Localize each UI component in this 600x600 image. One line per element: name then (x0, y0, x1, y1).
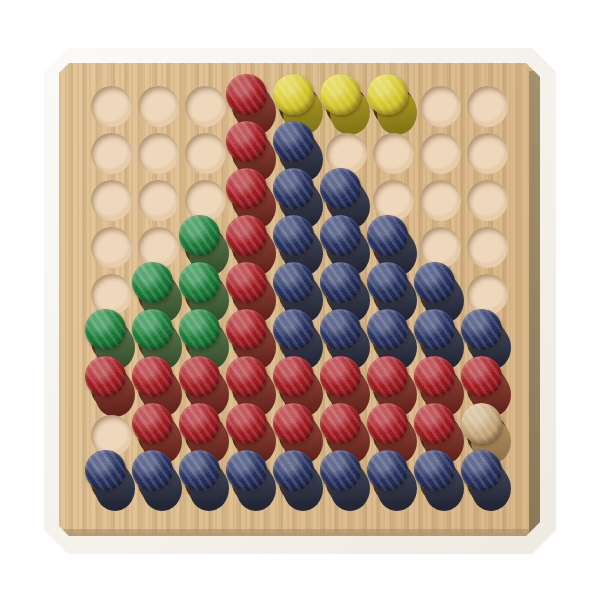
green-peg[interactable] (132, 262, 173, 303)
blue-peg[interactable] (367, 262, 408, 303)
red-peg[interactable] (320, 356, 361, 397)
blue-peg[interactable] (320, 450, 361, 491)
blue-peg[interactable] (320, 309, 361, 350)
blue-peg[interactable] (226, 450, 267, 491)
blue-peg[interactable] (414, 450, 455, 491)
blue-peg[interactable] (414, 309, 455, 350)
hole-r2c1[interactable] (88, 130, 135, 177)
blue-peg[interactable] (367, 309, 408, 350)
blue-peg[interactable] (367, 450, 408, 491)
empty-hole[interactable] (373, 133, 414, 174)
red-peg[interactable] (367, 356, 408, 397)
hole-r3c8[interactable] (417, 177, 464, 224)
hole-r2c8[interactable] (417, 130, 464, 177)
board-side-edge-right (529, 71, 540, 536)
empty-hole[interactable] (467, 133, 508, 174)
hole-r1c3[interactable] (182, 83, 229, 130)
hole-r7c1[interactable] (88, 365, 135, 412)
blue-peg[interactable] (85, 450, 126, 491)
hole-r1c7[interactable] (370, 83, 417, 130)
empty-hole[interactable] (467, 274, 508, 315)
blue-peg[interactable] (179, 450, 220, 491)
hole-r9c1[interactable] (88, 459, 135, 506)
red-peg[interactable] (226, 403, 267, 444)
blue-peg[interactable] (320, 215, 361, 256)
empty-hole[interactable] (91, 133, 132, 174)
red-peg[interactable] (85, 356, 126, 397)
empty-hole[interactable] (420, 180, 461, 221)
empty-hole[interactable] (326, 133, 367, 174)
red-peg[interactable] (273, 403, 314, 444)
blue-peg[interactable] (132, 450, 173, 491)
hole-r2c7[interactable] (370, 130, 417, 177)
red-peg[interactable] (132, 356, 173, 397)
hole-r9c9[interactable] (464, 459, 511, 506)
blue-peg[interactable] (320, 168, 361, 209)
hole-r4c9[interactable] (464, 224, 511, 271)
hole-r3c9[interactable] (464, 177, 511, 224)
hole-r9c7[interactable] (370, 459, 417, 506)
empty-hole[interactable] (185, 180, 226, 221)
red-peg[interactable] (461, 356, 502, 397)
red-peg[interactable] (414, 403, 455, 444)
empty-hole[interactable] (91, 227, 132, 268)
empty-hole[interactable] (138, 86, 179, 127)
blue-peg[interactable] (273, 121, 314, 162)
hole-r2c9[interactable] (464, 130, 511, 177)
natural-peg[interactable] (461, 403, 502, 444)
red-peg[interactable] (226, 121, 267, 162)
empty-hole[interactable] (138, 180, 179, 221)
blue-peg[interactable] (461, 450, 502, 491)
blue-peg[interactable] (414, 262, 455, 303)
hole-r2c2[interactable] (135, 130, 182, 177)
board-grid (88, 83, 511, 506)
red-peg[interactable] (226, 262, 267, 303)
hole-r9c4[interactable] (229, 459, 276, 506)
empty-hole[interactable] (420, 227, 461, 268)
empty-hole[interactable] (373, 180, 414, 221)
empty-hole[interactable] (91, 415, 132, 456)
hole-r3c2[interactable] (135, 177, 182, 224)
yellow-peg[interactable] (367, 74, 408, 115)
empty-hole[interactable] (185, 133, 226, 174)
hole-r2c3[interactable] (182, 130, 229, 177)
hole-r9c6[interactable] (323, 459, 370, 506)
empty-hole[interactable] (91, 180, 132, 221)
red-peg[interactable] (367, 403, 408, 444)
peg-board (59, 63, 540, 536)
red-peg[interactable] (226, 215, 267, 256)
green-peg[interactable] (132, 309, 173, 350)
blue-peg[interactable] (320, 262, 361, 303)
blue-peg[interactable] (273, 168, 314, 209)
hole-r1c6[interactable] (323, 83, 370, 130)
empty-hole[interactable] (420, 86, 461, 127)
hole-r9c3[interactable] (182, 459, 229, 506)
hole-r1c2[interactable] (135, 83, 182, 130)
empty-hole[interactable] (467, 227, 508, 268)
empty-hole[interactable] (467, 180, 508, 221)
blue-peg[interactable] (273, 450, 314, 491)
green-peg[interactable] (85, 309, 126, 350)
empty-hole[interactable] (138, 227, 179, 268)
green-peg[interactable] (179, 309, 220, 350)
red-peg[interactable] (226, 356, 267, 397)
green-peg[interactable] (179, 262, 220, 303)
hole-r3c1[interactable] (88, 177, 135, 224)
red-peg[interactable] (226, 74, 267, 115)
red-peg[interactable] (226, 168, 267, 209)
red-peg[interactable] (226, 309, 267, 350)
blue-peg[interactable] (273, 309, 314, 350)
empty-hole[interactable] (420, 133, 461, 174)
blue-peg[interactable] (273, 262, 314, 303)
hole-r9c2[interactable] (135, 459, 182, 506)
empty-hole[interactable] (138, 133, 179, 174)
hole-r4c1[interactable] (88, 224, 135, 271)
red-peg[interactable] (414, 356, 455, 397)
blue-peg[interactable] (273, 215, 314, 256)
red-peg[interactable] (179, 356, 220, 397)
hole-r1c9[interactable] (464, 83, 511, 130)
blue-peg[interactable] (461, 309, 502, 350)
red-peg[interactable] (179, 403, 220, 444)
empty-hole[interactable] (185, 86, 226, 127)
yellow-peg[interactable] (273, 74, 314, 115)
hole-r9c8[interactable] (417, 459, 464, 506)
board-side-edge-bottom (63, 529, 532, 536)
hole-r1c8[interactable] (417, 83, 464, 130)
red-peg[interactable] (320, 403, 361, 444)
empty-hole[interactable] (91, 274, 132, 315)
red-peg[interactable] (273, 356, 314, 397)
empty-hole[interactable] (467, 86, 508, 127)
empty-hole[interactable] (91, 86, 132, 127)
hole-r9c5[interactable] (276, 459, 323, 506)
blue-peg[interactable] (367, 215, 408, 256)
green-peg[interactable] (179, 215, 220, 256)
hole-r1c1[interactable] (88, 83, 135, 130)
red-peg[interactable] (132, 403, 173, 444)
yellow-peg[interactable] (320, 74, 361, 115)
